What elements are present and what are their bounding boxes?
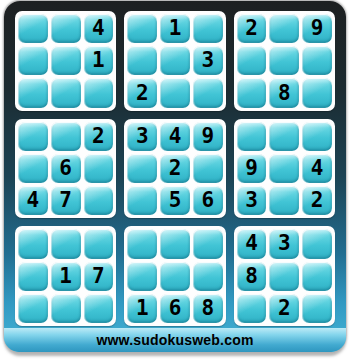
- cell-r4-c1[interactable]: [18, 122, 48, 151]
- cell-r7-c3[interactable]: [84, 229, 114, 258]
- sudoku-board-frame: 4113229826473492569432171684382 www.sudo…: [4, 1, 346, 352]
- cell-r3-c9[interactable]: [302, 78, 332, 107]
- cell-r3-c6[interactable]: [193, 78, 223, 107]
- cell-r2-c3[interactable]: 1: [84, 46, 114, 75]
- block-1-3: 298: [234, 11, 335, 111]
- block-3-3: 4382: [234, 226, 335, 326]
- cell-r9-c4[interactable]: 1: [127, 294, 157, 323]
- cell-r5-c8[interactable]: [269, 154, 299, 183]
- cell-r8-c1[interactable]: [18, 262, 48, 291]
- cell-r6-c5[interactable]: 5: [160, 186, 190, 215]
- cell-r1-c6[interactable]: [193, 14, 223, 43]
- cell-r3-c2[interactable]: [51, 78, 81, 107]
- cell-r1-c8[interactable]: [269, 14, 299, 43]
- cell-r6-c6[interactable]: 6: [193, 186, 223, 215]
- cell-r4-c6[interactable]: 9: [193, 122, 223, 151]
- cell-r2-c9[interactable]: [302, 46, 332, 75]
- cell-r5-c3[interactable]: [84, 154, 114, 183]
- cell-r4-c7[interactable]: [237, 122, 267, 151]
- cell-r2-c8[interactable]: [269, 46, 299, 75]
- cell-r6-c8[interactable]: [269, 186, 299, 215]
- cell-r9-c9[interactable]: [302, 294, 332, 323]
- cell-r8-c2[interactable]: 1: [51, 262, 81, 291]
- cell-r4-c9[interactable]: [302, 122, 332, 151]
- cell-r7-c8[interactable]: 3: [269, 229, 299, 258]
- cell-r1-c9[interactable]: 9: [302, 14, 332, 43]
- cell-r3-c8[interactable]: 8: [269, 78, 299, 107]
- cell-r8-c6[interactable]: [193, 262, 223, 291]
- cell-r2-c5[interactable]: [160, 46, 190, 75]
- cell-r5-c5[interactable]: 2: [160, 154, 190, 183]
- cell-r6-c1[interactable]: 4: [18, 186, 48, 215]
- cell-r9-c6[interactable]: 8: [193, 294, 223, 323]
- block-2-3: 9432: [234, 119, 335, 219]
- cell-r5-c9[interactable]: 4: [302, 154, 332, 183]
- cell-r5-c6[interactable]: [193, 154, 223, 183]
- cell-r7-c4[interactable]: [127, 229, 157, 258]
- cell-r5-c2[interactable]: 6: [51, 154, 81, 183]
- cell-r7-c7[interactable]: 4: [237, 229, 267, 258]
- block-3-2: 168: [124, 226, 225, 326]
- cell-r6-c3[interactable]: [84, 186, 114, 215]
- cell-r9-c1[interactable]: [18, 294, 48, 323]
- cell-r9-c8[interactable]: 2: [269, 294, 299, 323]
- cell-r8-c4[interactable]: [127, 262, 157, 291]
- cell-r8-c9[interactable]: [302, 262, 332, 291]
- cell-r2-c1[interactable]: [18, 46, 48, 75]
- cell-r2-c7[interactable]: [237, 46, 267, 75]
- cell-r8-c3[interactable]: 7: [84, 262, 114, 291]
- footer-bar: www.sudokusweb.com: [4, 328, 346, 352]
- cell-r5-c7[interactable]: 9: [237, 154, 267, 183]
- cell-r4-c2[interactable]: [51, 122, 81, 151]
- cell-r3-c4[interactable]: 2: [127, 78, 157, 107]
- block-2-1: 2647: [15, 119, 116, 219]
- page: 4113229826473492569432171684382 www.sudo…: [0, 0, 350, 360]
- cell-r4-c5[interactable]: 4: [160, 122, 190, 151]
- cell-r6-c9[interactable]: 2: [302, 186, 332, 215]
- cell-r7-c9[interactable]: [302, 229, 332, 258]
- block-1-1: 41: [15, 11, 116, 111]
- cell-r8-c8[interactable]: [269, 262, 299, 291]
- cell-r3-c1[interactable]: [18, 78, 48, 107]
- cell-r1-c4[interactable]: [127, 14, 157, 43]
- cell-r7-c1[interactable]: [18, 229, 48, 258]
- cell-r4-c4[interactable]: 3: [127, 122, 157, 151]
- cell-r2-c6[interactable]: 3: [193, 46, 223, 75]
- cell-r9-c7[interactable]: [237, 294, 267, 323]
- cell-r2-c2[interactable]: [51, 46, 81, 75]
- cell-r1-c1[interactable]: [18, 14, 48, 43]
- cell-r4-c3[interactable]: 2: [84, 122, 114, 151]
- cell-r1-c2[interactable]: [51, 14, 81, 43]
- cell-r7-c5[interactable]: [160, 229, 190, 258]
- block-2-2: 349256: [124, 119, 225, 219]
- cell-r5-c1[interactable]: [18, 154, 48, 183]
- cell-r1-c3[interactable]: 4: [84, 14, 114, 43]
- cell-r6-c4[interactable]: [127, 186, 157, 215]
- cell-r7-c2[interactable]: [51, 229, 81, 258]
- cell-r3-c3[interactable]: [84, 78, 114, 107]
- cell-r6-c2[interactable]: 7: [51, 186, 81, 215]
- cell-r2-c4[interactable]: [127, 46, 157, 75]
- cell-r8-c7[interactable]: 8: [237, 262, 267, 291]
- block-3-1: 17: [15, 226, 116, 326]
- cell-r4-c8[interactable]: [269, 122, 299, 151]
- cell-r3-c7[interactable]: [237, 78, 267, 107]
- cell-r5-c4[interactable]: [127, 154, 157, 183]
- cell-r3-c5[interactable]: [160, 78, 190, 107]
- sudoku-grid: 4113229826473492569432171684382: [15, 11, 335, 326]
- cell-r1-c7[interactable]: 2: [237, 14, 267, 43]
- cell-r6-c7[interactable]: 3: [237, 186, 267, 215]
- block-1-2: 132: [124, 11, 225, 111]
- cell-r9-c5[interactable]: 6: [160, 294, 190, 323]
- cell-r1-c5[interactable]: 1: [160, 14, 190, 43]
- site-url-label: www.sudokusweb.com: [96, 332, 253, 348]
- cell-r7-c6[interactable]: [193, 229, 223, 258]
- cell-r8-c5[interactable]: [160, 262, 190, 291]
- cell-r9-c3[interactable]: [84, 294, 114, 323]
- cell-r9-c2[interactable]: [51, 294, 81, 323]
